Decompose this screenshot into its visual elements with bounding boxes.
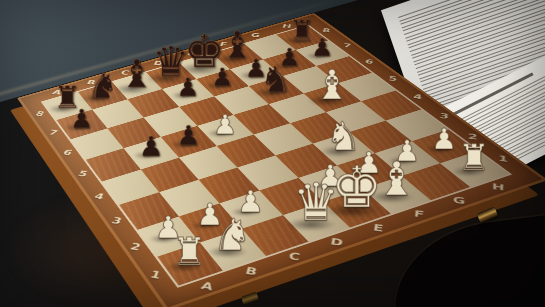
rank-label-left-6: 6 (57, 147, 78, 158)
photo-scene: ABCDEFGHABCDEFGH8765432187654321 ♜♞♝♛♚♝♜… (0, 0, 545, 307)
file-label-bottom-D: D (326, 235, 348, 250)
rank-label-right-5: 5 (384, 74, 402, 83)
rank-label-left-7: 7 (43, 127, 63, 137)
rank-label-right-1: 1 (493, 153, 513, 165)
piece-white-queen-d1[interactable]: ♛ (285, 177, 347, 229)
file-label-bottom-E: E (367, 221, 389, 235)
rank-label-left-2: 2 (124, 240, 147, 255)
piece-black-pawn-h7[interactable]: ♟ (307, 36, 337, 61)
piece-white-knight-b1[interactable]: ♞ (206, 213, 259, 257)
piece-black-pawn-c5[interactable]: ♟ (172, 122, 205, 149)
rank-label-left-4: 4 (88, 190, 110, 203)
rank-label-right-7: 7 (339, 41, 356, 49)
file-label-bottom-H: H (488, 181, 508, 194)
rank-label-right-4: 4 (409, 92, 427, 102)
piece-black-pawn-d7[interactable]: ♟ (173, 75, 203, 100)
rank-label-left-8: 8 (30, 109, 49, 119)
rank-label-left-5: 5 (72, 168, 93, 180)
piece-black-pawn-a7[interactable]: ♟ (66, 106, 97, 132)
rank-label-left-1: 1 (144, 267, 168, 283)
file-label-bottom-C: C (283, 249, 306, 264)
file-label-bottom-F: F (408, 207, 429, 221)
piece-black-knight-b8[interactable]: ♞ (82, 69, 124, 104)
rank-label-right-6: 6 (361, 57, 378, 66)
rank-label-left-3: 3 (106, 214, 128, 228)
file-label-bottom-A: A (195, 278, 219, 294)
piece-black-pawn-b5[interactable]: ♟ (134, 133, 167, 160)
piece-white-pawn-d5[interactable]: ♟ (209, 111, 241, 138)
file-label-bottom-B: B (239, 263, 262, 279)
file-label-bottom-G: G (449, 194, 470, 208)
piece-black-knight-f6[interactable]: ♞ (254, 62, 297, 98)
piece-black-pawn-e7[interactable]: ♟ (207, 65, 237, 90)
piece-white-rook-h1[interactable]: ♜ (452, 140, 495, 176)
piece-white-rook-a1[interactable]: ♜ (166, 233, 212, 272)
rank-label-right-3: 3 (435, 111, 454, 122)
piece-white-bishop-g5[interactable]: ♝ (308, 65, 357, 105)
